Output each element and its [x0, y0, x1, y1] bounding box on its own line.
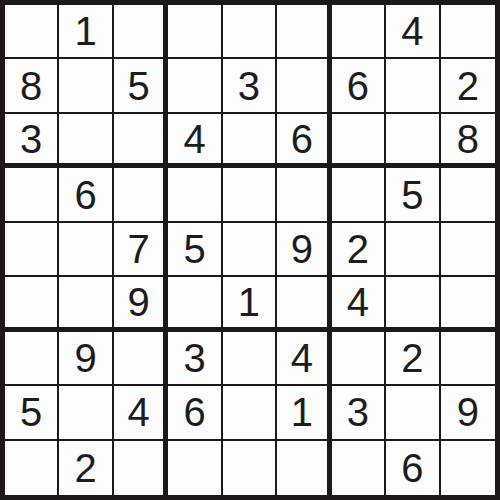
cell-r8c5[interactable] — [223, 386, 277, 440]
cell-r6c5: 1 — [223, 277, 277, 331]
cell-r6c2[interactable] — [59, 277, 113, 331]
cell-r6c1[interactable] — [5, 277, 59, 331]
cell-r5c7: 2 — [332, 223, 386, 277]
cell-r5c3: 7 — [114, 223, 168, 277]
cell-r3c8[interactable] — [386, 114, 440, 168]
cell-r3c1: 3 — [5, 114, 59, 168]
cell-r8c6: 1 — [277, 386, 331, 440]
cell-r2c1: 8 — [5, 59, 59, 113]
cell-r2c8[interactable] — [386, 59, 440, 113]
cell-r1c2: 1 — [59, 5, 113, 59]
cell-r3c9: 8 — [441, 114, 495, 168]
cell-r3c7[interactable] — [332, 114, 386, 168]
cell-r1c3[interactable] — [114, 5, 168, 59]
cell-r9c8: 6 — [386, 441, 440, 495]
cell-r9c9[interactable] — [441, 441, 495, 495]
cell-r4c9[interactable] — [441, 168, 495, 222]
cell-r4c5[interactable] — [223, 168, 277, 222]
cell-r8c3: 4 — [114, 386, 168, 440]
cell-r1c5[interactable] — [223, 5, 277, 59]
cell-r2c5: 3 — [223, 59, 277, 113]
cell-r3c2[interactable] — [59, 114, 113, 168]
cell-r7c2: 9 — [59, 332, 113, 386]
cell-r5c8[interactable] — [386, 223, 440, 277]
cell-r4c6[interactable] — [277, 168, 331, 222]
cell-r4c2: 6 — [59, 168, 113, 222]
cell-r5c9[interactable] — [441, 223, 495, 277]
cell-r1c7[interactable] — [332, 5, 386, 59]
cell-r9c2: 2 — [59, 441, 113, 495]
cell-r9c3[interactable] — [114, 441, 168, 495]
cell-r9c4[interactable] — [168, 441, 222, 495]
cell-r9c7[interactable] — [332, 441, 386, 495]
cell-r7c8: 2 — [386, 332, 440, 386]
cell-r7c1[interactable] — [5, 332, 59, 386]
cell-r8c4: 6 — [168, 386, 222, 440]
cell-r6c3: 9 — [114, 277, 168, 331]
cell-r2c2[interactable] — [59, 59, 113, 113]
cell-r6c9[interactable] — [441, 277, 495, 331]
cell-r8c8[interactable] — [386, 386, 440, 440]
cell-r4c3[interactable] — [114, 168, 168, 222]
cell-r4c4[interactable] — [168, 168, 222, 222]
cell-r3c3[interactable] — [114, 114, 168, 168]
cell-r7c5[interactable] — [223, 332, 277, 386]
cell-r8c1: 5 — [5, 386, 59, 440]
cell-r2c9: 2 — [441, 59, 495, 113]
cell-r5c2[interactable] — [59, 223, 113, 277]
cell-r7c9[interactable] — [441, 332, 495, 386]
cell-r8c2[interactable] — [59, 386, 113, 440]
cell-r5c5[interactable] — [223, 223, 277, 277]
cell-r4c7[interactable] — [332, 168, 386, 222]
cell-r7c7[interactable] — [332, 332, 386, 386]
cell-r9c1[interactable] — [5, 441, 59, 495]
cell-r4c1[interactable] — [5, 168, 59, 222]
cell-r6c8[interactable] — [386, 277, 440, 331]
cell-r2c3: 5 — [114, 59, 168, 113]
cell-r9c6[interactable] — [277, 441, 331, 495]
cell-r2c6[interactable] — [277, 59, 331, 113]
cell-r3c5[interactable] — [223, 114, 277, 168]
cell-r4c8: 5 — [386, 168, 440, 222]
cell-r8c7: 3 — [332, 386, 386, 440]
cell-r5c1[interactable] — [5, 223, 59, 277]
cell-r2c7: 6 — [332, 59, 386, 113]
cell-r5c6: 9 — [277, 223, 331, 277]
cell-r1c9[interactable] — [441, 5, 495, 59]
cell-r7c4: 3 — [168, 332, 222, 386]
cell-r1c4[interactable] — [168, 5, 222, 59]
cell-r2c4[interactable] — [168, 59, 222, 113]
cell-r6c4[interactable] — [168, 277, 222, 331]
cell-r6c7: 4 — [332, 277, 386, 331]
cell-r3c4: 4 — [168, 114, 222, 168]
cell-r8c9: 9 — [441, 386, 495, 440]
cell-r1c8: 4 — [386, 5, 440, 59]
cell-r7c6: 4 — [277, 332, 331, 386]
cell-r5c4: 5 — [168, 223, 222, 277]
cell-r6c6[interactable] — [277, 277, 331, 331]
cell-r3c6: 6 — [277, 114, 331, 168]
sudoku-board: 14853623468657592914934254613926 — [0, 0, 500, 500]
cell-r7c3[interactable] — [114, 332, 168, 386]
cell-r1c6[interactable] — [277, 5, 331, 59]
cell-r9c5[interactable] — [223, 441, 277, 495]
cell-r1c1[interactable] — [5, 5, 59, 59]
